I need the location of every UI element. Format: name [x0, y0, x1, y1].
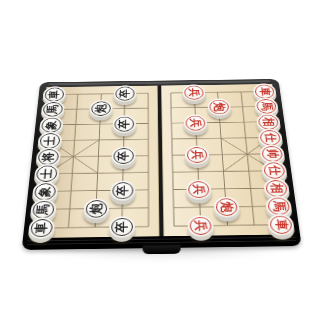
piece-black-chariot[interactable]: 車: [28, 217, 56, 239]
piece-character: 車: [267, 214, 295, 236]
product-photo: 車馬象士将士象馬車炮炮卒卒卒卒卒 兵兵兵兵兵炮炮車馬相仕帅仕相馬車: [0, 0, 320, 320]
piece-black-soldier[interactable]: 卒: [110, 180, 135, 200]
board-half-black: 車馬象士将士象馬車炮炮卒卒卒卒卒: [31, 86, 159, 238]
piece-red-soldier[interactable]: 兵: [186, 179, 212, 199]
piece-character: 卒: [111, 147, 135, 166]
hinge-tab: [143, 243, 181, 255]
red-pieces-layer: 兵兵兵兵兵炮炮車馬相仕帅仕相馬車: [162, 84, 292, 236]
piece-red-soldier[interactable]: 兵: [183, 84, 206, 101]
piece-character: 兵: [188, 215, 215, 237]
piece-red-cannon[interactable]: 炮: [207, 99, 231, 116]
piece-character: 卒: [112, 115, 135, 133]
piece-character: 卒: [110, 180, 135, 200]
piece-character: 兵: [183, 84, 206, 101]
piece-character: 兵: [184, 114, 208, 132]
piece-character: 炮: [83, 198, 109, 219]
piece-red-soldier[interactable]: 兵: [184, 114, 208, 132]
piece-black-soldier[interactable]: 卒: [109, 216, 135, 238]
piece-character: 炮: [213, 197, 240, 218]
piece-black-cannon[interactable]: 炮: [83, 198, 109, 219]
piece-black-cannon[interactable]: 炮: [89, 100, 113, 117]
piece-black-soldier[interactable]: 卒: [111, 147, 135, 166]
board-tilt: 車馬象士将士象馬車炮炮卒卒卒卒卒 兵兵兵兵兵炮炮車馬相仕帅仕相馬車: [18, 14, 301, 250]
piece-character: 炮: [89, 100, 113, 117]
piece-black-soldier[interactable]: 卒: [112, 115, 135, 133]
piece-character: 卒: [113, 85, 136, 102]
board-half-red: 兵兵兵兵兵炮炮車馬相仕帅仕相馬車: [162, 84, 292, 236]
piece-red-cannon[interactable]: 炮: [213, 197, 240, 218]
piece-red-soldier[interactable]: 兵: [188, 215, 215, 237]
xiangqi-board: 車馬象士将士象馬車炮炮卒卒卒卒卒 兵兵兵兵兵炮炮車馬相仕帅仕相馬車: [22, 79, 302, 250]
piece-character: 炮: [207, 99, 231, 116]
piece-red-chariot[interactable]: 車: [267, 214, 295, 236]
piece-character: 車: [28, 217, 56, 239]
piece-character: 兵: [186, 179, 212, 199]
black-pieces-layer: 車馬象士将士象馬車炮炮卒卒卒卒卒: [31, 86, 159, 238]
piece-red-soldier[interactable]: 兵: [185, 146, 210, 165]
piece-black-soldier[interactable]: 卒: [113, 85, 136, 102]
piece-character: 兵: [185, 146, 210, 165]
piece-character: 卒: [109, 216, 135, 238]
